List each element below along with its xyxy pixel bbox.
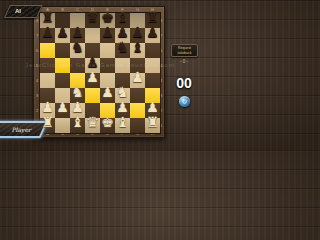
square-h5[interactable] xyxy=(145,58,160,73)
square-b2[interactable]: ♟ xyxy=(55,103,70,118)
square-b5[interactable] xyxy=(55,58,70,73)
square-g1[interactable] xyxy=(130,118,145,133)
square-a6[interactable] xyxy=(40,43,55,58)
takeback-label-line2: takeback xyxy=(177,51,191,56)
move-timer: 00 xyxy=(168,75,200,91)
square-e5[interactable] xyxy=(100,58,115,73)
square-b4[interactable] xyxy=(55,73,70,88)
square-e7[interactable]: ♟ xyxy=(100,28,115,43)
piece-bn-f6[interactable]: ♞ xyxy=(115,39,130,56)
square-f6[interactable]: ♞ xyxy=(115,43,130,58)
square-a7[interactable]: ♟ xyxy=(40,28,55,43)
square-f1[interactable]: ♝ xyxy=(115,118,130,133)
square-c1[interactable]: ♝ xyxy=(70,118,85,133)
square-a5[interactable] xyxy=(40,58,55,73)
player-label: Player xyxy=(0,123,42,136)
square-e1[interactable]: ♚ xyxy=(100,118,115,133)
square-d7[interactable] xyxy=(85,28,100,43)
opponent-label: AI xyxy=(8,6,39,17)
piece-wp-d4[interactable]: ♟ xyxy=(85,69,100,86)
square-h1[interactable]: ♜ xyxy=(145,118,160,133)
square-c6[interactable]: ♞ xyxy=(70,43,85,58)
takeback-count: - 0 - xyxy=(170,59,198,64)
request-takeback-button[interactable]: Request takeback xyxy=(171,44,198,57)
square-g6[interactable]: ♝ xyxy=(130,43,145,58)
piece-wp-e3[interactable]: ♟ xyxy=(100,84,115,101)
square-c5[interactable] xyxy=(70,58,85,73)
piece-bp-h7[interactable]: ♟ xyxy=(145,24,160,41)
piece-bp-b7[interactable]: ♟ xyxy=(55,24,70,41)
square-g3[interactable] xyxy=(130,88,145,103)
piece-bp-e7[interactable]: ♟ xyxy=(100,24,115,41)
opponent-name-plate: AI xyxy=(4,5,43,18)
piece-wr-a1[interactable]: ♜ xyxy=(40,114,55,131)
square-g2[interactable] xyxy=(130,103,145,118)
chess-game-screen: { "game": "chess", "app": { "watermark":… xyxy=(0,0,200,150)
piece-bn-c6[interactable]: ♞ xyxy=(70,39,85,56)
square-a1[interactable]: ♜ xyxy=(40,118,55,133)
piece-bq-d8[interactable]: ♛ xyxy=(85,9,100,26)
piece-wp-b2[interactable]: ♟ xyxy=(55,99,70,116)
square-g4[interactable]: ♟ xyxy=(130,73,145,88)
square-h6[interactable] xyxy=(145,43,160,58)
square-h4[interactable] xyxy=(145,73,160,88)
square-a4[interactable] xyxy=(40,73,55,88)
rotate-icon[interactable]: ↻ xyxy=(179,96,190,107)
square-b1[interactable] xyxy=(55,118,70,133)
board-squares: ♜♛♚♝♜♟♟♟♟♟♟♟♞♞♝♟♟♟♞♟♞♟♟♟♟♟♜♝♛♚♝♜ xyxy=(39,12,161,134)
square-d3[interactable] xyxy=(85,88,100,103)
square-d8[interactable]: ♛ xyxy=(85,13,100,28)
square-b7[interactable]: ♟ xyxy=(55,28,70,43)
square-f5[interactable] xyxy=(115,58,130,73)
square-h7[interactable]: ♟ xyxy=(145,28,160,43)
piece-wp-g4[interactable]: ♟ xyxy=(130,69,145,86)
square-e3[interactable]: ♟ xyxy=(100,88,115,103)
piece-wb-f1[interactable]: ♝ xyxy=(115,114,130,131)
piece-wq-d1[interactable]: ♛ xyxy=(85,114,100,131)
piece-bb-g6[interactable]: ♝ xyxy=(130,39,145,56)
square-e6[interactable] xyxy=(100,43,115,58)
chess-board: ABCDEFGH ABCDEFGH 87654321 87654321 ♜♛♚♝… xyxy=(33,6,165,138)
piece-wb-c1[interactable]: ♝ xyxy=(70,114,85,131)
piece-wk-e1[interactable]: ♚ xyxy=(100,114,115,131)
square-b6[interactable] xyxy=(55,43,70,58)
square-d1[interactable]: ♛ xyxy=(85,118,100,133)
piece-wr-h1[interactable]: ♜ xyxy=(145,114,160,131)
square-d4[interactable]: ♟ xyxy=(85,73,100,88)
piece-bp-a7[interactable]: ♟ xyxy=(40,24,55,41)
